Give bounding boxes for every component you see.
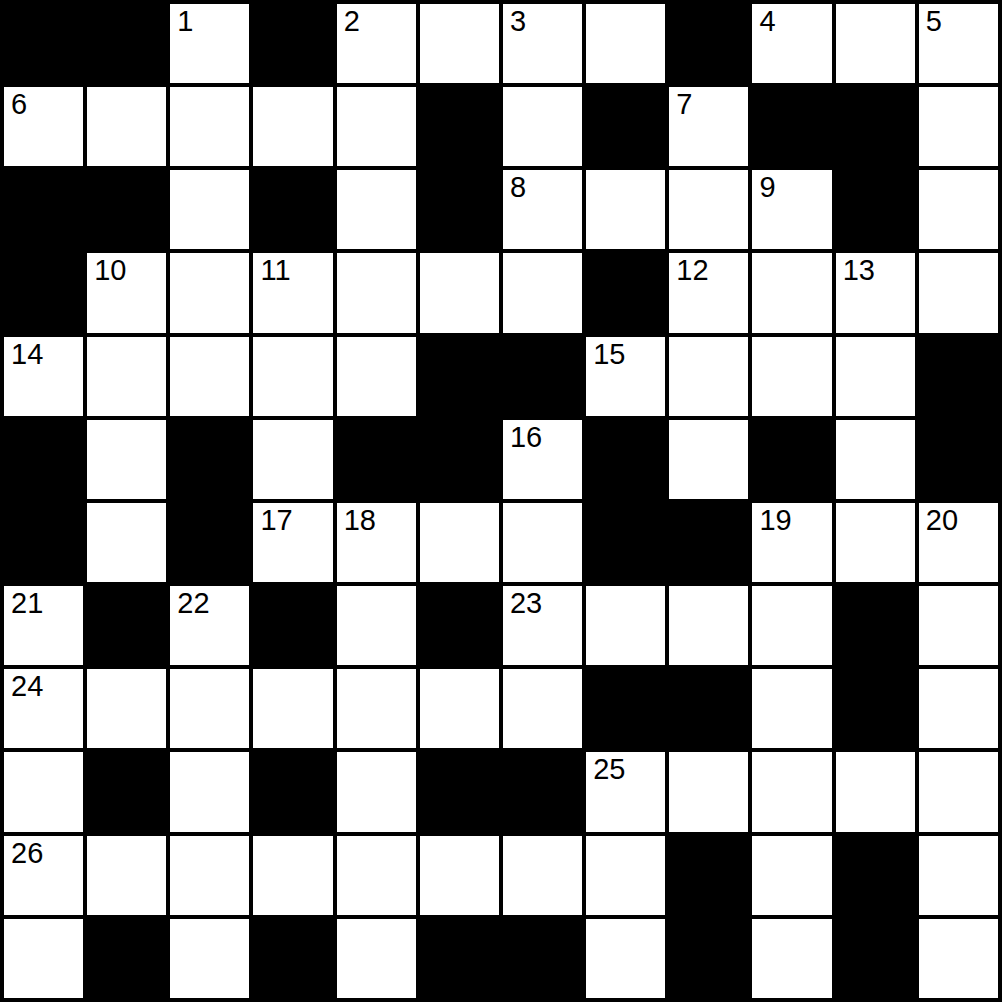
clue-number-4: 4 [759,6,775,36]
cell-r5c6[interactable]: 16 [503,420,582,499]
cell-r0c10[interactable] [836,4,915,83]
cell-r3c4[interactable] [337,253,416,332]
cell-r6c4[interactable]: 18 [337,503,416,582]
cell-r9c10[interactable] [836,752,915,831]
cell-r3c6[interactable] [503,253,582,332]
cell-r7c4[interactable] [337,586,416,665]
block-cell-r1c9 [752,87,831,166]
block-cell-r9c5 [420,752,499,831]
cell-r2c8[interactable] [669,170,748,249]
clue-number-13: 13 [843,255,875,285]
cell-r8c3[interactable] [253,669,332,748]
cell-r7c0[interactable]: 21 [4,586,83,665]
cell-r11c7[interactable] [586,919,665,998]
block-cell-r0c3 [253,4,332,83]
cell-r6c11[interactable]: 20 [919,503,998,582]
cell-r9c4[interactable] [337,752,416,831]
block-cell-r7c10 [836,586,915,665]
cell-r9c8[interactable] [669,752,748,831]
cell-r5c8[interactable] [669,420,748,499]
block-cell-r4c6 [503,337,582,416]
cell-r1c4[interactable] [337,87,416,166]
cell-r11c11[interactable] [919,919,998,998]
block-cell-r5c2 [170,420,249,499]
cell-r1c0[interactable]: 6 [4,87,83,166]
cell-r1c2[interactable] [170,87,249,166]
cell-r10c3[interactable] [253,836,332,915]
cell-r10c1[interactable] [87,836,166,915]
clue-number-9: 9 [759,172,775,202]
block-cell-r4c5 [420,337,499,416]
clue-number-19: 19 [759,505,791,535]
block-cell-r11c6 [503,919,582,998]
clue-number-11: 11 [260,255,290,285]
cell-r11c4[interactable] [337,919,416,998]
block-cell-r8c10 [836,669,915,748]
block-cell-r8c8 [669,669,748,748]
clue-number-14: 14 [11,339,43,369]
block-cell-r11c10 [836,919,915,998]
block-cell-r5c11 [919,420,998,499]
block-cell-r4c11 [919,337,998,416]
cell-r4c3[interactable] [253,337,332,416]
cell-r0c2[interactable]: 1 [170,4,249,83]
cell-r6c6[interactable] [503,503,582,582]
cell-r2c11[interactable] [919,170,998,249]
clue-number-5: 5 [926,6,942,36]
block-cell-r6c7 [586,503,665,582]
block-cell-r1c10 [836,87,915,166]
cell-r10c4[interactable] [337,836,416,915]
cell-r0c9[interactable]: 4 [752,4,831,83]
cell-r3c8[interactable]: 12 [669,253,748,332]
cell-r4c4[interactable] [337,337,416,416]
block-cell-r11c5 [420,919,499,998]
cell-r11c0[interactable] [4,919,83,998]
cell-r11c2[interactable] [170,919,249,998]
cell-r4c1[interactable] [87,337,166,416]
block-cell-r2c0 [4,170,83,249]
cell-r3c10[interactable]: 13 [836,253,915,332]
cell-r8c6[interactable] [503,669,582,748]
cell-r9c2[interactable] [170,752,249,831]
cell-r6c5[interactable] [420,503,499,582]
block-cell-r6c0 [4,503,83,582]
cell-r3c9[interactable] [752,253,831,332]
clue-number-24: 24 [11,671,43,701]
block-cell-r0c0 [4,4,83,83]
clue-number-23: 23 [510,588,542,618]
cell-r10c6[interactable] [503,836,582,915]
cell-r7c2[interactable]: 22 [170,586,249,665]
cell-r6c9[interactable]: 19 [752,503,831,582]
block-cell-r5c4 [337,420,416,499]
cell-r1c11[interactable] [919,87,998,166]
cell-r1c8[interactable]: 7 [669,87,748,166]
block-cell-r2c10 [836,170,915,249]
cell-r1c6[interactable] [503,87,582,166]
cell-r9c7[interactable]: 25 [586,752,665,831]
clue-number-6: 6 [11,89,27,119]
block-cell-r9c1 [87,752,166,831]
block-cell-r10c10 [836,836,915,915]
cell-r0c5[interactable] [420,4,499,83]
cell-r4c9[interactable] [752,337,831,416]
cell-r4c10[interactable] [836,337,915,416]
cell-r0c4[interactable]: 2 [337,4,416,83]
clue-number-3: 3 [510,6,526,36]
block-cell-r9c3 [253,752,332,831]
clue-number-26: 26 [11,838,43,868]
cell-r4c7[interactable]: 15 [586,337,665,416]
cell-r6c10[interactable] [836,503,915,582]
cell-r8c0[interactable]: 24 [4,669,83,748]
cell-r2c7[interactable] [586,170,665,249]
block-cell-r7c5 [420,586,499,665]
cell-r6c1[interactable] [87,503,166,582]
cell-r3c3[interactable]: 11 [253,253,332,332]
cell-r4c0[interactable]: 14 [4,337,83,416]
block-cell-r6c8 [669,503,748,582]
cell-r6c3[interactable]: 17 [253,503,332,582]
block-cell-r11c8 [669,919,748,998]
cell-r3c2[interactable] [170,253,249,332]
cell-r10c5[interactable] [420,836,499,915]
cell-r2c6[interactable]: 8 [503,170,582,249]
block-cell-r2c1 [87,170,166,249]
block-cell-r1c7 [586,87,665,166]
cell-r0c7[interactable] [586,4,665,83]
block-cell-r7c3 [253,586,332,665]
block-cell-r0c8 [669,4,748,83]
cell-r8c1[interactable] [87,669,166,748]
block-cell-r8c7 [586,669,665,748]
cell-r5c3[interactable] [253,420,332,499]
cell-r4c8[interactable] [669,337,748,416]
clue-number-20: 20 [926,505,958,535]
cell-r7c11[interactable] [919,586,998,665]
block-cell-r1c5 [420,87,499,166]
block-cell-r5c7 [586,420,665,499]
cell-r8c5[interactable] [420,669,499,748]
cell-r4c2[interactable] [170,337,249,416]
clue-number-12: 12 [676,255,708,285]
block-cell-r11c3 [253,919,332,998]
block-cell-r6c2 [170,503,249,582]
block-cell-r3c7 [586,253,665,332]
cell-r10c7[interactable] [586,836,665,915]
block-cell-r11c1 [87,919,166,998]
block-cell-r3c0 [4,253,83,332]
cell-r2c9[interactable]: 9 [752,170,831,249]
cell-r7c9[interactable] [752,586,831,665]
clue-number-8: 8 [510,172,526,202]
clue-number-18: 18 [344,505,376,535]
block-cell-r0c1 [87,4,166,83]
block-cell-r7c1 [87,586,166,665]
cell-r8c11[interactable] [919,669,998,748]
block-cell-r5c5 [420,420,499,499]
block-cell-r2c3 [253,170,332,249]
clue-number-21: 21 [11,588,43,618]
cell-r9c0[interactable] [4,752,83,831]
cell-r10c0[interactable]: 26 [4,836,83,915]
cell-r8c2[interactable] [170,669,249,748]
cell-r1c1[interactable] [87,87,166,166]
block-cell-r10c8 [669,836,748,915]
crossword-board: 1234567891011121314151617181920212223242… [0,0,1002,1002]
clue-number-17: 17 [260,505,292,535]
cell-r8c9[interactable] [752,669,831,748]
cell-r10c9[interactable] [752,836,831,915]
cell-r7c6[interactable]: 23 [503,586,582,665]
cell-r3c11[interactable] [919,253,998,332]
cell-r0c11[interactable]: 5 [919,4,998,83]
cell-r7c8[interactable] [669,586,748,665]
cell-r3c1[interactable]: 10 [87,253,166,332]
cell-r2c2[interactable] [170,170,249,249]
block-cell-r2c5 [420,170,499,249]
cell-r3c5[interactable] [420,253,499,332]
clue-number-25: 25 [593,754,625,784]
cell-r0c6[interactable]: 3 [503,4,582,83]
clue-number-15: 15 [593,339,625,369]
block-cell-r5c0 [4,420,83,499]
clue-number-22: 22 [177,588,209,618]
clue-number-10: 10 [94,255,126,285]
clue-number-7: 7 [676,89,692,119]
block-cell-r9c6 [503,752,582,831]
cell-r5c10[interactable] [836,420,915,499]
cell-r9c11[interactable] [919,752,998,831]
clue-number-2: 2 [344,6,360,36]
block-cell-r5c9 [752,420,831,499]
cell-r7c7[interactable] [586,586,665,665]
cell-r5c1[interactable] [87,420,166,499]
clue-number-1: 1 [177,6,193,36]
cell-r10c11[interactable] [919,836,998,915]
cell-r8c4[interactable] [337,669,416,748]
cell-r9c9[interactable] [752,752,831,831]
cell-r11c9[interactable] [752,919,831,998]
cell-r2c4[interactable] [337,170,416,249]
cell-r1c3[interactable] [253,87,332,166]
clue-number-16: 16 [510,422,542,452]
cell-r10c2[interactable] [170,836,249,915]
